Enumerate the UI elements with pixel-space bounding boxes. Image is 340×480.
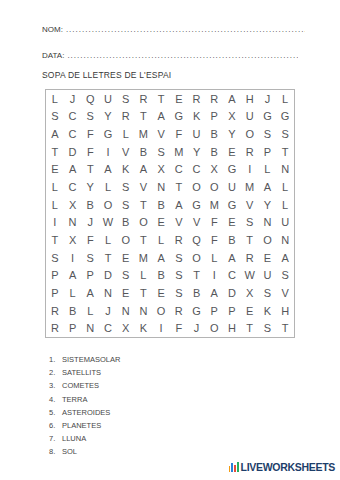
grid-cell[interactable]: I bbox=[46, 213, 64, 231]
word-label: COMETES bbox=[62, 381, 99, 390]
grid-cell[interactable]: S bbox=[241, 213, 259, 231]
grid-cell[interactable]: R bbox=[241, 249, 259, 267]
grid-cell[interactable]: O bbox=[99, 196, 117, 214]
grid-cell[interactable]: A bbox=[259, 178, 277, 196]
grid-cell[interactable]: X bbox=[223, 108, 241, 126]
grid-cell[interactable]: E bbox=[223, 213, 241, 231]
grid-cell[interactable]: E bbox=[117, 284, 135, 302]
grid-cell[interactable]: S bbox=[117, 178, 135, 196]
grid-cell[interactable]: G bbox=[276, 108, 294, 126]
word-number: 5. bbox=[49, 408, 62, 417]
grid-cell[interactable]: R bbox=[170, 231, 188, 249]
grid-cell[interactable]: U bbox=[99, 90, 117, 108]
grid-cell[interactable]: Q bbox=[81, 90, 99, 108]
grid-cell[interactable]: K bbox=[117, 161, 135, 179]
grid-cell[interactable]: V bbox=[152, 125, 170, 143]
grid-cell[interactable]: L bbox=[46, 90, 64, 108]
grid-cell[interactable]: V bbox=[188, 213, 206, 231]
grid-cell[interactable]: O bbox=[259, 231, 277, 249]
grid-cell[interactable]: Y bbox=[99, 108, 117, 126]
grid-cell[interactable]: A bbox=[152, 108, 170, 126]
grid-cell[interactable]: S bbox=[170, 266, 188, 284]
grid-cell[interactable]: L bbox=[135, 266, 153, 284]
grid-cell[interactable]: M bbox=[205, 196, 223, 214]
grid-cell[interactable]: X bbox=[117, 319, 135, 337]
grid-cell[interactable]: B bbox=[81, 196, 99, 214]
grid-cell[interactable]: X bbox=[64, 231, 82, 249]
word-list-item: 1.SISTEMASOLAR bbox=[49, 353, 120, 366]
grid-cell[interactable]: B bbox=[223, 231, 241, 249]
grid-cell[interactable]: F bbox=[81, 125, 99, 143]
grid-cell[interactable]: E bbox=[46, 161, 64, 179]
grid-cell[interactable]: A bbox=[223, 90, 241, 108]
grid-cell[interactable]: I bbox=[205, 266, 223, 284]
word-number: 6. bbox=[49, 421, 62, 430]
grid-cell[interactable]: P bbox=[259, 143, 277, 161]
grid-cell[interactable]: L bbox=[117, 125, 135, 143]
grid-cell[interactable]: S bbox=[276, 125, 294, 143]
grid-cell[interactable]: B bbox=[152, 266, 170, 284]
liveworksheets-bars-icon bbox=[229, 462, 239, 472]
grid-cell[interactable]: M bbox=[241, 178, 259, 196]
grid-cell[interactable]: P bbox=[46, 266, 64, 284]
grid-cell[interactable]: R bbox=[241, 143, 259, 161]
grid-cell[interactable]: Y bbox=[223, 125, 241, 143]
grid-cell[interactable]: R bbox=[205, 90, 223, 108]
grid-cell[interactable]: L bbox=[152, 231, 170, 249]
grid-cell[interactable]: Y bbox=[188, 143, 206, 161]
grid-cell[interactable]: T bbox=[81, 161, 99, 179]
grid-cell[interactable]: S bbox=[81, 249, 99, 267]
word-number: 4. bbox=[49, 395, 62, 404]
grid-cell[interactable]: K bbox=[188, 108, 206, 126]
grid-cell[interactable]: A bbox=[223, 249, 241, 267]
grid-cell[interactable]: P bbox=[81, 266, 99, 284]
word-search-grid: LJQUSRTERRAHJLSCSYRTAGKPXUGGACFGLMVFUBYO… bbox=[45, 89, 295, 338]
grid-cell[interactable]: N bbox=[64, 213, 82, 231]
grid-cell[interactable]: A bbox=[205, 284, 223, 302]
grid-cell[interactable]: I bbox=[241, 161, 259, 179]
grid-cell[interactable]: I bbox=[99, 143, 117, 161]
date-input-line[interactable]: ........................................… bbox=[67, 51, 298, 60]
grid-cell[interactable]: X bbox=[64, 196, 82, 214]
grid-cell[interactable]: B bbox=[188, 284, 206, 302]
grid-cell[interactable]: B bbox=[117, 213, 135, 231]
grid-cell[interactable]: E bbox=[241, 302, 259, 320]
grid-cell[interactable]: L bbox=[276, 196, 294, 214]
grid-cell[interactable]: T bbox=[188, 266, 206, 284]
grid-cell[interactable]: W bbox=[241, 266, 259, 284]
word-label: TERRA bbox=[62, 395, 87, 404]
grid-cell[interactable]: N bbox=[276, 161, 294, 179]
grid-cell[interactable]: M bbox=[135, 125, 153, 143]
grid-cell[interactable]: O bbox=[205, 319, 223, 337]
grid-cell[interactable]: X bbox=[152, 161, 170, 179]
grid-cell[interactable]: U bbox=[259, 266, 277, 284]
date-field-row: DATA: ..................................… bbox=[42, 51, 298, 60]
grid-cell[interactable]: U bbox=[241, 108, 259, 126]
grid-cell[interactable]: P bbox=[223, 302, 241, 320]
grid-cell[interactable]: P bbox=[64, 319, 82, 337]
grid-cell[interactable]: C bbox=[64, 108, 82, 126]
grid-cell[interactable]: N bbox=[135, 302, 153, 320]
grid-cell[interactable]: R bbox=[170, 302, 188, 320]
word-label: SISTEMASOLAR bbox=[62, 355, 120, 364]
grid-cell[interactable]: T bbox=[276, 143, 294, 161]
grid-cell[interactable]: G bbox=[99, 125, 117, 143]
grid-cell[interactable]: F bbox=[205, 213, 223, 231]
grid-cell[interactable]: G bbox=[188, 302, 206, 320]
grid-cell[interactable]: A bbox=[64, 161, 82, 179]
grid-cell[interactable]: A bbox=[64, 266, 82, 284]
grid-cell[interactable]: N bbox=[81, 319, 99, 337]
grid-cell[interactable]: V bbox=[135, 178, 153, 196]
grid-cell[interactable]: B bbox=[64, 302, 82, 320]
grid-cell[interactable]: S bbox=[259, 319, 277, 337]
grid-cell[interactable]: C bbox=[223, 266, 241, 284]
grid-cell[interactable]: F bbox=[81, 143, 99, 161]
grid-cell[interactable]: X bbox=[241, 284, 259, 302]
grid-cell[interactable]: U bbox=[223, 178, 241, 196]
grid-cell[interactable]: O bbox=[117, 231, 135, 249]
word-list-item: 3.COMETES bbox=[49, 379, 120, 392]
grid-cell[interactable]: S bbox=[170, 284, 188, 302]
grid-cell[interactable]: V bbox=[170, 213, 188, 231]
grid-cell[interactable]: V bbox=[117, 143, 135, 161]
grid-cell[interactable]: Y bbox=[259, 196, 277, 214]
grid-cell[interactable]: M bbox=[170, 143, 188, 161]
grid-cell[interactable]: P bbox=[205, 302, 223, 320]
grid-cell[interactable]: A bbox=[276, 249, 294, 267]
grid-cell[interactable]: L bbox=[205, 249, 223, 267]
grid-cell[interactable]: C bbox=[188, 161, 206, 179]
grid-cell[interactable]: E bbox=[152, 213, 170, 231]
word-label: LLUNA bbox=[62, 434, 86, 443]
grid-cell[interactable]: J bbox=[81, 213, 99, 231]
grid-cell[interactable]: H bbox=[276, 302, 294, 320]
word-number: 7. bbox=[49, 434, 62, 443]
grid-cell[interactable]: R bbox=[46, 319, 64, 337]
grid-cell[interactable]: P bbox=[46, 284, 64, 302]
grid-cell[interactable]: T bbox=[241, 319, 259, 337]
grid-cell[interactable]: F bbox=[170, 319, 188, 337]
grid-cell[interactable]: L bbox=[81, 302, 99, 320]
word-list-item: 8.SOL bbox=[49, 445, 120, 458]
grid-cell[interactable]: T bbox=[135, 108, 153, 126]
name-label: NOM: bbox=[42, 25, 63, 34]
grid-cell[interactable]: Q bbox=[188, 231, 206, 249]
grid-cell[interactable]: H bbox=[241, 90, 259, 108]
grid-cell[interactable]: O bbox=[188, 178, 206, 196]
grid-cell[interactable]: E bbox=[259, 249, 277, 267]
grid-cell[interactable]: A bbox=[99, 161, 117, 179]
liveworksheets-brand-text: LIVEWORKSHEETS bbox=[241, 461, 335, 473]
word-list-item: 6.PLANETES bbox=[49, 419, 120, 432]
grid-cell[interactable]: L bbox=[259, 161, 277, 179]
grid-cell[interactable]: V bbox=[241, 196, 259, 214]
grid-cell[interactable]: C bbox=[99, 319, 117, 337]
grid-cell[interactable]: S bbox=[170, 249, 188, 267]
grid-cell[interactable]: T bbox=[46, 143, 64, 161]
grid-cell[interactable]: B bbox=[205, 125, 223, 143]
word-list-item: 4.TERRA bbox=[49, 393, 120, 406]
grid-cell[interactable]: T bbox=[99, 249, 117, 267]
grid-cell[interactable]: S bbox=[276, 266, 294, 284]
word-list: 1.SISTEMASOLAR2.SATELLITS3.COMETES4.TERR… bbox=[49, 353, 120, 459]
grid-cell[interactable]: O bbox=[135, 213, 153, 231]
grid-cell[interactable]: J bbox=[99, 302, 117, 320]
grid-cell[interactable]: N bbox=[259, 213, 277, 231]
grid-cell[interactable]: T bbox=[152, 90, 170, 108]
grid-cell[interactable]: S bbox=[117, 266, 135, 284]
grid-cell[interactable]: C bbox=[170, 161, 188, 179]
grid-cell[interactable]: A bbox=[46, 125, 64, 143]
grid-cell[interactable]: L bbox=[46, 196, 64, 214]
grid-cell[interactable]: S bbox=[259, 284, 277, 302]
word-list-item: 7.LLUNA bbox=[49, 432, 120, 445]
word-list-item: 2.SATELLITS bbox=[49, 366, 120, 379]
grid-cell[interactable]: A bbox=[170, 196, 188, 214]
grid-cell[interactable]: S bbox=[81, 108, 99, 126]
grid-cell[interactable]: I bbox=[152, 319, 170, 337]
liveworksheets-logo[interactable]: LIVEWORKSHEETS bbox=[229, 461, 335, 473]
grid-cell[interactable]: L bbox=[99, 231, 117, 249]
grid-cell[interactable]: G bbox=[170, 108, 188, 126]
grid-cell[interactable]: T bbox=[170, 178, 188, 196]
grid-cell[interactable]: J bbox=[188, 319, 206, 337]
grid-cell[interactable]: S bbox=[117, 90, 135, 108]
grid-cell[interactable]: I bbox=[64, 249, 82, 267]
word-number: 2. bbox=[49, 368, 62, 377]
grid-cell[interactable]: S bbox=[46, 108, 64, 126]
grid-cell[interactable]: X bbox=[205, 161, 223, 179]
grid-cell[interactable]: N bbox=[117, 302, 135, 320]
grid-cell[interactable]: S bbox=[46, 249, 64, 267]
grid-cell[interactable]: N bbox=[276, 231, 294, 249]
grid-cell[interactable]: A bbox=[135, 161, 153, 179]
grid-cell[interactable]: G bbox=[259, 108, 277, 126]
grid-cell[interactable]: C bbox=[64, 178, 82, 196]
grid-cell[interactable]: U bbox=[276, 213, 294, 231]
name-input-line[interactable]: ........................................… bbox=[66, 25, 305, 34]
word-number: 3. bbox=[49, 381, 62, 390]
grid-cell[interactable]: O bbox=[241, 125, 259, 143]
grid-cell[interactable]: T bbox=[46, 231, 64, 249]
word-label: ASTEROIDES bbox=[62, 408, 110, 417]
grid-cell[interactable]: R bbox=[135, 90, 153, 108]
grid-cell[interactable]: L bbox=[276, 178, 294, 196]
date-label: DATA: bbox=[42, 51, 64, 60]
grid-cell[interactable]: U bbox=[188, 125, 206, 143]
grid-cell[interactable]: W bbox=[99, 213, 117, 231]
word-number: 1. bbox=[49, 355, 62, 364]
grid-cell[interactable]: R bbox=[46, 302, 64, 320]
grid-cell[interactable]: E bbox=[117, 249, 135, 267]
grid-cell[interactable]: K bbox=[259, 302, 277, 320]
grid-cell[interactable]: G bbox=[223, 196, 241, 214]
grid-cell[interactable]: N bbox=[152, 178, 170, 196]
grid-cell[interactable]: S bbox=[117, 196, 135, 214]
grid-cell[interactable]: S bbox=[152, 143, 170, 161]
grid-cell[interactable]: L bbox=[46, 178, 64, 196]
grid-cell[interactable]: T bbox=[241, 231, 259, 249]
page-title: SOPA DE LLETRES DE L'ESPAI bbox=[42, 70, 171, 80]
word-list-item: 5.ASTEROIDES bbox=[49, 406, 120, 419]
grid-cell[interactable]: T bbox=[135, 231, 153, 249]
grid-cell[interactable]: J bbox=[259, 90, 277, 108]
grid-cell[interactable]: R bbox=[188, 90, 206, 108]
grid-cell[interactable]: F bbox=[81, 231, 99, 249]
grid-cell[interactable]: O bbox=[188, 249, 206, 267]
grid-cell[interactable]: K bbox=[135, 319, 153, 337]
grid-cell[interactable]: L bbox=[276, 90, 294, 108]
grid-cell[interactable]: H bbox=[223, 319, 241, 337]
grid-cell[interactable]: T bbox=[135, 284, 153, 302]
name-field-row: NOM: ...................................… bbox=[42, 25, 305, 34]
grid-cell[interactable]: S bbox=[259, 125, 277, 143]
grid-cell[interactable]: G bbox=[223, 161, 241, 179]
grid-cell[interactable]: B bbox=[152, 196, 170, 214]
grid-cell[interactable]: M bbox=[135, 249, 153, 267]
grid-cell[interactable]: E bbox=[152, 284, 170, 302]
grid-cell[interactable]: D bbox=[99, 266, 117, 284]
grid-cell[interactable]: A bbox=[81, 284, 99, 302]
grid-cell[interactable]: J bbox=[64, 90, 82, 108]
grid-cell[interactable]: O bbox=[152, 302, 170, 320]
grid-cell[interactable]: Y bbox=[81, 178, 99, 196]
word-label: PLANETES bbox=[62, 421, 101, 430]
grid-cell[interactable]: C bbox=[64, 125, 82, 143]
grid-cell[interactable]: T bbox=[276, 319, 294, 337]
grid-cell[interactable]: T bbox=[135, 196, 153, 214]
grid-cell[interactable]: A bbox=[152, 249, 170, 267]
grid-cell[interactable]: E bbox=[223, 143, 241, 161]
word-label: SATELLITS bbox=[62, 368, 101, 377]
grid-cell[interactable]: G bbox=[188, 196, 206, 214]
grid-cell[interactable]: B bbox=[205, 143, 223, 161]
grid-cell[interactable]: B bbox=[135, 143, 153, 161]
grid-cell[interactable]: P bbox=[205, 108, 223, 126]
grid-cell[interactable]: L bbox=[64, 284, 82, 302]
word-number: 8. bbox=[49, 447, 62, 456]
grid-cell[interactable]: F bbox=[205, 231, 223, 249]
grid-cell[interactable]: N bbox=[99, 284, 117, 302]
grid-cell[interactable]: O bbox=[205, 178, 223, 196]
word-label: SOL bbox=[62, 447, 77, 456]
grid-cell[interactable]: D bbox=[223, 284, 241, 302]
grid-cell[interactable]: E bbox=[170, 90, 188, 108]
grid-cell[interactable]: V bbox=[276, 284, 294, 302]
grid-cell[interactable]: L bbox=[99, 178, 117, 196]
grid-cell[interactable]: R bbox=[117, 108, 135, 126]
grid-cell[interactable]: F bbox=[170, 125, 188, 143]
grid-cell[interactable]: D bbox=[64, 143, 82, 161]
